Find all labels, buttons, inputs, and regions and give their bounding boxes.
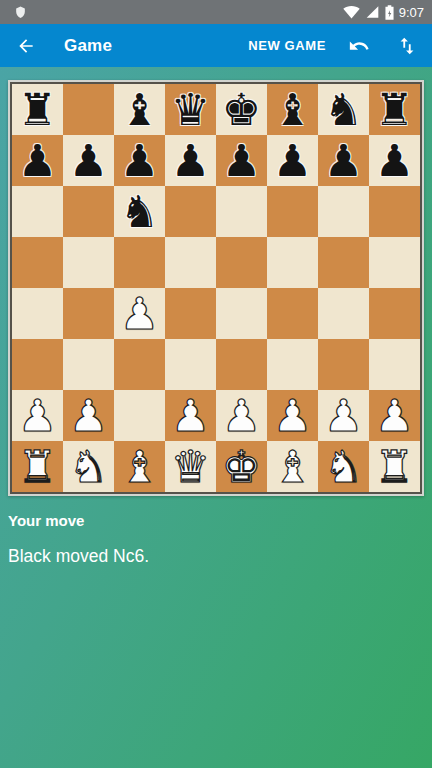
piece-black-pawn: ♟ — [324, 135, 363, 186]
piece-white-knight: ♞ — [69, 441, 108, 492]
piece-white-pawn: ♟ — [273, 390, 312, 441]
last-move-message: Black moved Nc6. — [8, 546, 424, 567]
square-d3[interactable] — [165, 339, 216, 390]
page-title: Game — [64, 36, 112, 56]
square-g2[interactable]: ♟ — [318, 390, 369, 441]
square-d7[interactable]: ♟ — [165, 135, 216, 186]
square-f6[interactable] — [267, 186, 318, 237]
piece-white-knight: ♞ — [324, 441, 363, 492]
status-bar: 9:07 — [0, 0, 432, 24]
square-e5[interactable] — [216, 237, 267, 288]
piece-black-pawn: ♟ — [69, 135, 108, 186]
square-h1[interactable]: ♜ — [369, 441, 420, 492]
square-h4[interactable] — [369, 288, 420, 339]
square-a8[interactable]: ♜ — [12, 84, 63, 135]
square-e2[interactable]: ♟ — [216, 390, 267, 441]
piece-white-queen: ♛ — [171, 441, 210, 492]
square-f3[interactable] — [267, 339, 318, 390]
square-g3[interactable] — [318, 339, 369, 390]
square-c4[interactable]: ♟ — [114, 288, 165, 339]
square-a2[interactable]: ♟ — [12, 390, 63, 441]
piece-white-pawn: ♟ — [222, 390, 261, 441]
piece-black-pawn: ♟ — [120, 135, 159, 186]
square-d5[interactable] — [165, 237, 216, 288]
piece-white-pawn: ♟ — [18, 390, 57, 441]
chess-board: ♜♝♛♚♝♞♜♟♟♟♟♟♟♟♟♞♟♟♟♟♟♟♟♟♜♞♝♛♚♝♞♜ — [10, 82, 422, 494]
square-a7[interactable]: ♟ — [12, 135, 63, 186]
square-c1[interactable]: ♝ — [114, 441, 165, 492]
piece-black-knight: ♞ — [324, 84, 363, 135]
square-c8[interactable]: ♝ — [114, 84, 165, 135]
square-h2[interactable]: ♟ — [369, 390, 420, 441]
battery-charging-icon — [385, 5, 394, 20]
square-h5[interactable] — [369, 237, 420, 288]
piece-white-pawn: ♟ — [120, 288, 159, 339]
square-d4[interactable] — [165, 288, 216, 339]
square-b7[interactable]: ♟ — [63, 135, 114, 186]
status-bar-clock: 9:07 — [399, 5, 424, 20]
piece-black-rook: ♜ — [375, 84, 414, 135]
square-g5[interactable] — [318, 237, 369, 288]
piece-white-pawn: ♟ — [69, 390, 108, 441]
square-f2[interactable]: ♟ — [267, 390, 318, 441]
chess-board-frame: ♜♝♛♚♝♞♜♟♟♟♟♟♟♟♟♞♟♟♟♟♟♟♟♟♜♞♝♛♚♝♞♜ — [8, 80, 424, 496]
square-c2[interactable] — [114, 390, 165, 441]
piece-black-rook: ♜ — [18, 84, 57, 135]
piece-white-pawn: ♟ — [171, 390, 210, 441]
turn-indicator: Your move — [8, 512, 424, 529]
square-a6[interactable] — [12, 186, 63, 237]
square-a3[interactable] — [12, 339, 63, 390]
square-f5[interactable] — [267, 237, 318, 288]
piece-white-bishop: ♝ — [120, 441, 159, 492]
piece-black-pawn: ♟ — [375, 135, 414, 186]
piece-black-pawn: ♟ — [273, 135, 312, 186]
flip-board-button[interactable] — [394, 33, 420, 59]
back-button[interactable] — [14, 34, 38, 58]
piece-black-pawn: ♟ — [222, 135, 261, 186]
square-b5[interactable] — [63, 237, 114, 288]
cellular-signal-icon — [365, 5, 380, 19]
piece-white-pawn: ♟ — [324, 390, 363, 441]
square-b8[interactable] — [63, 84, 114, 135]
square-f8[interactable]: ♝ — [267, 84, 318, 135]
square-e4[interactable] — [216, 288, 267, 339]
new-game-button[interactable]: NEW GAME — [244, 32, 330, 59]
square-h3[interactable] — [369, 339, 420, 390]
square-g7[interactable]: ♟ — [318, 135, 369, 186]
square-f1[interactable]: ♝ — [267, 441, 318, 492]
piece-white-pawn: ♟ — [375, 390, 414, 441]
piece-black-bishop: ♝ — [273, 84, 312, 135]
shield-icon — [14, 5, 27, 20]
square-a4[interactable] — [12, 288, 63, 339]
square-g6[interactable] — [318, 186, 369, 237]
square-e8[interactable]: ♚ — [216, 84, 267, 135]
app-bar: Game NEW GAME — [0, 24, 432, 67]
square-g8[interactable]: ♞ — [318, 84, 369, 135]
square-d2[interactable]: ♟ — [165, 390, 216, 441]
piece-white-rook: ♜ — [18, 441, 57, 492]
square-d6[interactable] — [165, 186, 216, 237]
square-d1[interactable]: ♛ — [165, 441, 216, 492]
piece-black-knight: ♞ — [120, 186, 159, 237]
square-h6[interactable] — [369, 186, 420, 237]
piece-white-rook: ♜ — [375, 441, 414, 492]
square-c6[interactable]: ♞ — [114, 186, 165, 237]
square-b2[interactable]: ♟ — [63, 390, 114, 441]
square-e6[interactable] — [216, 186, 267, 237]
status-panel: Your move Black moved Nc6. — [0, 496, 432, 567]
square-a5[interactable] — [12, 237, 63, 288]
square-h7[interactable]: ♟ — [369, 135, 420, 186]
square-f4[interactable] — [267, 288, 318, 339]
square-e3[interactable] — [216, 339, 267, 390]
square-f7[interactable]: ♟ — [267, 135, 318, 186]
piece-black-pawn: ♟ — [171, 135, 210, 186]
wifi-icon — [343, 5, 360, 19]
square-b6[interactable] — [63, 186, 114, 237]
piece-black-queen: ♛ — [171, 84, 210, 135]
piece-white-king: ♚ — [222, 441, 261, 492]
square-d8[interactable]: ♛ — [165, 84, 216, 135]
square-c7[interactable]: ♟ — [114, 135, 165, 186]
square-g4[interactable] — [318, 288, 369, 339]
square-a1[interactable]: ♜ — [12, 441, 63, 492]
undo-move-button[interactable] — [346, 33, 372, 59]
arrow-back-icon — [16, 36, 36, 56]
square-c3[interactable] — [114, 339, 165, 390]
piece-white-bishop: ♝ — [273, 441, 312, 492]
undo-icon — [348, 35, 370, 57]
square-e7[interactable]: ♟ — [216, 135, 267, 186]
square-g1[interactable]: ♞ — [318, 441, 369, 492]
square-b4[interactable] — [63, 288, 114, 339]
square-b3[interactable] — [63, 339, 114, 390]
square-b1[interactable]: ♞ — [63, 441, 114, 492]
piece-black-bishop: ♝ — [120, 84, 159, 135]
piece-black-king: ♚ — [222, 84, 261, 135]
swap-vertical-icon — [396, 35, 418, 57]
piece-black-pawn: ♟ — [18, 135, 57, 186]
square-h8[interactable]: ♜ — [369, 84, 420, 135]
square-e1[interactable]: ♚ — [216, 441, 267, 492]
square-c5[interactable] — [114, 237, 165, 288]
